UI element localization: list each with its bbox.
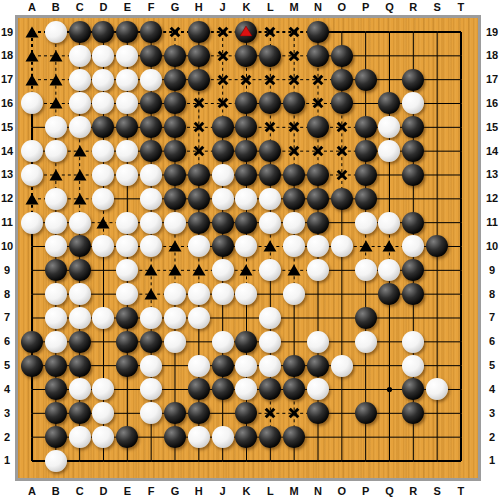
intersection-J6[interactable] bbox=[211, 330, 235, 354]
intersection-G18[interactable] bbox=[163, 44, 187, 68]
intersection-O10[interactable] bbox=[330, 235, 354, 259]
intersection-O18[interactable] bbox=[330, 44, 354, 68]
intersection-F9[interactable] bbox=[139, 258, 163, 282]
intersection-L17[interactable] bbox=[258, 68, 282, 92]
intersection-E11[interactable] bbox=[115, 211, 139, 235]
intersection-E5[interactable] bbox=[115, 354, 139, 378]
intersection-E17[interactable] bbox=[115, 68, 139, 92]
intersection-F15[interactable] bbox=[139, 115, 163, 139]
intersection-C18[interactable] bbox=[68, 44, 92, 68]
intersection-H10[interactable] bbox=[187, 235, 211, 259]
intersection-D3[interactable] bbox=[92, 401, 116, 425]
intersection-P5[interactable] bbox=[354, 354, 378, 378]
intersection-R7[interactable] bbox=[401, 306, 425, 330]
intersection-F14[interactable] bbox=[139, 139, 163, 163]
intersection-Q8[interactable] bbox=[378, 282, 402, 306]
intersection-Q10[interactable] bbox=[378, 235, 402, 259]
intersection-B4[interactable] bbox=[44, 378, 68, 402]
intersection-A13[interactable] bbox=[20, 163, 44, 187]
intersection-C2[interactable] bbox=[68, 425, 92, 449]
intersection-T7[interactable] bbox=[449, 306, 473, 330]
intersection-J10[interactable] bbox=[211, 235, 235, 259]
intersection-P12[interactable] bbox=[354, 187, 378, 211]
intersection-H5[interactable] bbox=[187, 354, 211, 378]
intersection-Q16[interactable] bbox=[378, 92, 402, 116]
intersection-K13[interactable] bbox=[235, 163, 259, 187]
intersection-O11[interactable] bbox=[330, 211, 354, 235]
intersection-O19[interactable] bbox=[330, 20, 354, 44]
intersection-R13[interactable] bbox=[401, 163, 425, 187]
intersection-C10[interactable] bbox=[68, 235, 92, 259]
intersection-J11[interactable] bbox=[211, 211, 235, 235]
intersection-O6[interactable] bbox=[330, 330, 354, 354]
intersection-O2[interactable] bbox=[330, 425, 354, 449]
intersection-H19[interactable] bbox=[187, 20, 211, 44]
intersection-G14[interactable] bbox=[163, 139, 187, 163]
intersection-T8[interactable] bbox=[449, 282, 473, 306]
intersection-O14[interactable] bbox=[330, 139, 354, 163]
intersection-J7[interactable] bbox=[211, 306, 235, 330]
intersection-B14[interactable] bbox=[44, 139, 68, 163]
intersection-B15[interactable] bbox=[44, 115, 68, 139]
intersection-T15[interactable] bbox=[449, 115, 473, 139]
intersection-N2[interactable] bbox=[306, 425, 330, 449]
intersection-N5[interactable] bbox=[306, 354, 330, 378]
intersection-N9[interactable] bbox=[306, 258, 330, 282]
intersection-L19[interactable] bbox=[258, 20, 282, 44]
intersection-S18[interactable] bbox=[425, 44, 449, 68]
intersection-R9[interactable] bbox=[401, 258, 425, 282]
intersection-A3[interactable] bbox=[20, 401, 44, 425]
intersection-R14[interactable] bbox=[401, 139, 425, 163]
intersection-A17[interactable] bbox=[20, 68, 44, 92]
intersection-M4[interactable] bbox=[282, 378, 306, 402]
intersection-K10[interactable] bbox=[235, 235, 259, 259]
intersection-D7[interactable] bbox=[92, 306, 116, 330]
intersection-R5[interactable] bbox=[401, 354, 425, 378]
intersection-C16[interactable] bbox=[68, 92, 92, 116]
intersection-J4[interactable] bbox=[211, 378, 235, 402]
intersection-D4[interactable] bbox=[92, 378, 116, 402]
intersection-Q2[interactable] bbox=[378, 425, 402, 449]
intersection-L6[interactable] bbox=[258, 330, 282, 354]
intersection-D14[interactable] bbox=[92, 139, 116, 163]
intersection-H18[interactable] bbox=[187, 44, 211, 68]
intersection-P6[interactable] bbox=[354, 330, 378, 354]
intersection-E1[interactable] bbox=[115, 449, 139, 473]
intersection-R8[interactable] bbox=[401, 282, 425, 306]
intersection-S4[interactable] bbox=[425, 378, 449, 402]
intersection-R4[interactable] bbox=[401, 378, 425, 402]
intersection-P14[interactable] bbox=[354, 139, 378, 163]
intersection-M18[interactable] bbox=[282, 44, 306, 68]
intersection-A18[interactable] bbox=[20, 44, 44, 68]
intersection-P10[interactable] bbox=[354, 235, 378, 259]
intersection-N1[interactable] bbox=[306, 449, 330, 473]
intersection-B10[interactable] bbox=[44, 235, 68, 259]
intersection-M8[interactable] bbox=[282, 282, 306, 306]
intersection-G19[interactable] bbox=[163, 20, 187, 44]
intersection-D15[interactable] bbox=[92, 115, 116, 139]
intersection-C19[interactable] bbox=[68, 20, 92, 44]
intersection-M13[interactable] bbox=[282, 163, 306, 187]
intersection-H12[interactable] bbox=[187, 187, 211, 211]
intersection-D6[interactable] bbox=[92, 330, 116, 354]
intersection-J14[interactable] bbox=[211, 139, 235, 163]
intersection-J5[interactable] bbox=[211, 354, 235, 378]
intersection-J2[interactable] bbox=[211, 425, 235, 449]
intersection-L7[interactable] bbox=[258, 306, 282, 330]
intersection-R16[interactable] bbox=[401, 92, 425, 116]
intersection-F10[interactable] bbox=[139, 235, 163, 259]
intersection-E15[interactable] bbox=[115, 115, 139, 139]
intersection-R2[interactable] bbox=[401, 425, 425, 449]
intersection-P2[interactable] bbox=[354, 425, 378, 449]
intersection-K7[interactable] bbox=[235, 306, 259, 330]
intersection-T10[interactable] bbox=[449, 235, 473, 259]
intersection-E14[interactable] bbox=[115, 139, 139, 163]
intersection-A9[interactable] bbox=[20, 258, 44, 282]
intersection-N3[interactable] bbox=[306, 401, 330, 425]
intersection-K8[interactable] bbox=[235, 282, 259, 306]
intersection-Q1[interactable] bbox=[378, 449, 402, 473]
intersection-E3[interactable] bbox=[115, 401, 139, 425]
intersection-B3[interactable] bbox=[44, 401, 68, 425]
intersection-P17[interactable] bbox=[354, 68, 378, 92]
intersection-G2[interactable] bbox=[163, 425, 187, 449]
intersection-F3[interactable] bbox=[139, 401, 163, 425]
intersection-P11[interactable] bbox=[354, 211, 378, 235]
intersection-R17[interactable] bbox=[401, 68, 425, 92]
intersection-S1[interactable] bbox=[425, 449, 449, 473]
intersection-L18[interactable] bbox=[258, 44, 282, 68]
intersection-T14[interactable] bbox=[449, 139, 473, 163]
intersection-G15[interactable] bbox=[163, 115, 187, 139]
intersection-F6[interactable] bbox=[139, 330, 163, 354]
intersection-N10[interactable] bbox=[306, 235, 330, 259]
intersection-O1[interactable] bbox=[330, 449, 354, 473]
intersection-O17[interactable] bbox=[330, 68, 354, 92]
intersection-B18[interactable] bbox=[44, 44, 68, 68]
intersection-D17[interactable] bbox=[92, 68, 116, 92]
intersection-T6[interactable] bbox=[449, 330, 473, 354]
intersection-L13[interactable] bbox=[258, 163, 282, 187]
intersection-R1[interactable] bbox=[401, 449, 425, 473]
intersection-G3[interactable] bbox=[163, 401, 187, 425]
intersection-B19[interactable] bbox=[44, 20, 68, 44]
intersection-J3[interactable] bbox=[211, 401, 235, 425]
intersection-C9[interactable] bbox=[68, 258, 92, 282]
intersection-P19[interactable] bbox=[354, 20, 378, 44]
intersection-S5[interactable] bbox=[425, 354, 449, 378]
intersection-A5[interactable] bbox=[20, 354, 44, 378]
intersection-F11[interactable] bbox=[139, 211, 163, 235]
intersection-A1[interactable] bbox=[20, 449, 44, 473]
intersection-A14[interactable] bbox=[20, 139, 44, 163]
intersection-S9[interactable] bbox=[425, 258, 449, 282]
intersection-H4[interactable] bbox=[187, 378, 211, 402]
intersection-P13[interactable] bbox=[354, 163, 378, 187]
intersection-B9[interactable] bbox=[44, 258, 68, 282]
intersection-G4[interactable] bbox=[163, 378, 187, 402]
intersection-E10[interactable] bbox=[115, 235, 139, 259]
intersection-P7[interactable] bbox=[354, 306, 378, 330]
intersection-Q12[interactable] bbox=[378, 187, 402, 211]
intersection-A12[interactable] bbox=[20, 187, 44, 211]
intersection-M11[interactable] bbox=[282, 211, 306, 235]
intersection-L8[interactable] bbox=[258, 282, 282, 306]
intersection-G1[interactable] bbox=[163, 449, 187, 473]
intersection-R3[interactable] bbox=[401, 401, 425, 425]
intersection-S7[interactable] bbox=[425, 306, 449, 330]
intersection-E13[interactable] bbox=[115, 163, 139, 187]
intersection-S19[interactable] bbox=[425, 20, 449, 44]
intersection-E4[interactable] bbox=[115, 378, 139, 402]
intersection-T13[interactable] bbox=[449, 163, 473, 187]
intersection-K18[interactable] bbox=[235, 44, 259, 68]
intersection-H14[interactable] bbox=[187, 139, 211, 163]
intersection-T17[interactable] bbox=[449, 68, 473, 92]
intersection-T1[interactable] bbox=[449, 449, 473, 473]
intersection-B6[interactable] bbox=[44, 330, 68, 354]
intersection-K19[interactable] bbox=[235, 20, 259, 44]
intersection-E6[interactable] bbox=[115, 330, 139, 354]
intersection-L16[interactable] bbox=[258, 92, 282, 116]
intersection-H3[interactable] bbox=[187, 401, 211, 425]
intersection-K1[interactable] bbox=[235, 449, 259, 473]
intersection-Q17[interactable] bbox=[378, 68, 402, 92]
intersection-T9[interactable] bbox=[449, 258, 473, 282]
intersection-B2[interactable] bbox=[44, 425, 68, 449]
intersection-B8[interactable] bbox=[44, 282, 68, 306]
intersection-C7[interactable] bbox=[68, 306, 92, 330]
intersection-T19[interactable] bbox=[449, 20, 473, 44]
intersection-O9[interactable] bbox=[330, 258, 354, 282]
intersection-N12[interactable] bbox=[306, 187, 330, 211]
intersection-A10[interactable] bbox=[20, 235, 44, 259]
intersection-S16[interactable] bbox=[425, 92, 449, 116]
intersection-O5[interactable] bbox=[330, 354, 354, 378]
intersection-G10[interactable] bbox=[163, 235, 187, 259]
intersection-P8[interactable] bbox=[354, 282, 378, 306]
intersection-Q15[interactable] bbox=[378, 115, 402, 139]
intersection-P1[interactable] bbox=[354, 449, 378, 473]
intersection-K9[interactable] bbox=[235, 258, 259, 282]
intersection-N13[interactable] bbox=[306, 163, 330, 187]
intersection-H9[interactable] bbox=[187, 258, 211, 282]
intersection-D5[interactable] bbox=[92, 354, 116, 378]
intersection-O7[interactable] bbox=[330, 306, 354, 330]
intersection-C15[interactable] bbox=[68, 115, 92, 139]
intersection-D19[interactable] bbox=[92, 20, 116, 44]
intersection-S15[interactable] bbox=[425, 115, 449, 139]
intersection-G12[interactable] bbox=[163, 187, 187, 211]
intersection-F8[interactable] bbox=[139, 282, 163, 306]
intersection-J16[interactable] bbox=[211, 92, 235, 116]
intersection-K16[interactable] bbox=[235, 92, 259, 116]
intersection-T3[interactable] bbox=[449, 401, 473, 425]
intersection-N16[interactable] bbox=[306, 92, 330, 116]
intersection-T5[interactable] bbox=[449, 354, 473, 378]
intersection-D8[interactable] bbox=[92, 282, 116, 306]
intersection-J17[interactable] bbox=[211, 68, 235, 92]
intersection-D1[interactable] bbox=[92, 449, 116, 473]
intersection-R12[interactable] bbox=[401, 187, 425, 211]
intersection-L14[interactable] bbox=[258, 139, 282, 163]
intersection-E19[interactable] bbox=[115, 20, 139, 44]
intersection-M6[interactable] bbox=[282, 330, 306, 354]
intersection-H17[interactable] bbox=[187, 68, 211, 92]
intersection-N17[interactable] bbox=[306, 68, 330, 92]
intersection-O15[interactable] bbox=[330, 115, 354, 139]
intersection-G7[interactable] bbox=[163, 306, 187, 330]
intersection-O16[interactable] bbox=[330, 92, 354, 116]
intersection-J8[interactable] bbox=[211, 282, 235, 306]
intersection-P18[interactable] bbox=[354, 44, 378, 68]
intersection-Q9[interactable] bbox=[378, 258, 402, 282]
intersection-L11[interactable] bbox=[258, 211, 282, 235]
intersection-H13[interactable] bbox=[187, 163, 211, 187]
intersection-P4[interactable] bbox=[354, 378, 378, 402]
intersection-A4[interactable] bbox=[20, 378, 44, 402]
intersection-T16[interactable] bbox=[449, 92, 473, 116]
intersection-G8[interactable] bbox=[163, 282, 187, 306]
intersection-J18[interactable] bbox=[211, 44, 235, 68]
intersection-L12[interactable] bbox=[258, 187, 282, 211]
intersection-L3[interactable] bbox=[258, 401, 282, 425]
intersection-D10[interactable] bbox=[92, 235, 116, 259]
intersection-E7[interactable] bbox=[115, 306, 139, 330]
intersection-R6[interactable] bbox=[401, 330, 425, 354]
intersection-F13[interactable] bbox=[139, 163, 163, 187]
intersection-Q3[interactable] bbox=[378, 401, 402, 425]
intersection-N8[interactable] bbox=[306, 282, 330, 306]
intersection-A6[interactable] bbox=[20, 330, 44, 354]
intersection-G11[interactable] bbox=[163, 211, 187, 235]
intersection-B16[interactable] bbox=[44, 92, 68, 116]
intersection-G17[interactable] bbox=[163, 68, 187, 92]
intersection-B5[interactable] bbox=[44, 354, 68, 378]
intersection-K17[interactable] bbox=[235, 68, 259, 92]
intersection-S2[interactable] bbox=[425, 425, 449, 449]
intersection-O4[interactable] bbox=[330, 378, 354, 402]
intersection-O3[interactable] bbox=[330, 401, 354, 425]
intersection-T11[interactable] bbox=[449, 211, 473, 235]
intersection-Q13[interactable] bbox=[378, 163, 402, 187]
intersection-C4[interactable] bbox=[68, 378, 92, 402]
intersection-R11[interactable] bbox=[401, 211, 425, 235]
intersection-G16[interactable] bbox=[163, 92, 187, 116]
intersection-J13[interactable] bbox=[211, 163, 235, 187]
intersection-N19[interactable] bbox=[306, 20, 330, 44]
intersection-N18[interactable] bbox=[306, 44, 330, 68]
intersection-N7[interactable] bbox=[306, 306, 330, 330]
intersection-L2[interactable] bbox=[258, 425, 282, 449]
intersection-J12[interactable] bbox=[211, 187, 235, 211]
intersection-M16[interactable] bbox=[282, 92, 306, 116]
intersection-K12[interactable] bbox=[235, 187, 259, 211]
intersection-G9[interactable] bbox=[163, 258, 187, 282]
intersection-C12[interactable] bbox=[68, 187, 92, 211]
intersection-C14[interactable] bbox=[68, 139, 92, 163]
intersection-H2[interactable] bbox=[187, 425, 211, 449]
intersection-H8[interactable] bbox=[187, 282, 211, 306]
intersection-B7[interactable] bbox=[44, 306, 68, 330]
intersection-O8[interactable] bbox=[330, 282, 354, 306]
intersection-S14[interactable] bbox=[425, 139, 449, 163]
intersection-E9[interactable] bbox=[115, 258, 139, 282]
intersection-A19[interactable] bbox=[20, 20, 44, 44]
intersection-K11[interactable] bbox=[235, 211, 259, 235]
intersection-R10[interactable] bbox=[401, 235, 425, 259]
intersection-L9[interactable] bbox=[258, 258, 282, 282]
intersection-J19[interactable] bbox=[211, 20, 235, 44]
intersection-H16[interactable] bbox=[187, 92, 211, 116]
intersection-A7[interactable] bbox=[20, 306, 44, 330]
intersection-A16[interactable] bbox=[20, 92, 44, 116]
intersection-S17[interactable] bbox=[425, 68, 449, 92]
intersection-H7[interactable] bbox=[187, 306, 211, 330]
intersection-K15[interactable] bbox=[235, 115, 259, 139]
intersection-E8[interactable] bbox=[115, 282, 139, 306]
intersection-F12[interactable] bbox=[139, 187, 163, 211]
intersection-Q5[interactable] bbox=[378, 354, 402, 378]
intersection-Q6[interactable] bbox=[378, 330, 402, 354]
intersection-K5[interactable] bbox=[235, 354, 259, 378]
intersection-H15[interactable] bbox=[187, 115, 211, 139]
intersection-P16[interactable] bbox=[354, 92, 378, 116]
intersection-J1[interactable] bbox=[211, 449, 235, 473]
intersection-P3[interactable] bbox=[354, 401, 378, 425]
intersection-B11[interactable] bbox=[44, 211, 68, 235]
intersection-A15[interactable] bbox=[20, 115, 44, 139]
intersection-Q4[interactable] bbox=[378, 378, 402, 402]
intersection-C8[interactable] bbox=[68, 282, 92, 306]
intersection-C17[interactable] bbox=[68, 68, 92, 92]
intersection-F7[interactable] bbox=[139, 306, 163, 330]
intersection-T4[interactable] bbox=[449, 378, 473, 402]
intersection-M5[interactable] bbox=[282, 354, 306, 378]
intersection-P15[interactable] bbox=[354, 115, 378, 139]
intersection-E18[interactable] bbox=[115, 44, 139, 68]
intersection-H6[interactable] bbox=[187, 330, 211, 354]
intersection-T18[interactable] bbox=[449, 44, 473, 68]
intersection-M9[interactable] bbox=[282, 258, 306, 282]
intersection-A11[interactable] bbox=[20, 211, 44, 235]
intersection-G13[interactable] bbox=[163, 163, 187, 187]
intersection-M17[interactable] bbox=[282, 68, 306, 92]
intersection-H11[interactable] bbox=[187, 211, 211, 235]
intersection-D13[interactable] bbox=[92, 163, 116, 187]
intersection-C5[interactable] bbox=[68, 354, 92, 378]
intersection-S13[interactable] bbox=[425, 163, 449, 187]
intersection-M2[interactable] bbox=[282, 425, 306, 449]
intersection-L1[interactable] bbox=[258, 449, 282, 473]
intersection-C13[interactable] bbox=[68, 163, 92, 187]
intersection-L10[interactable] bbox=[258, 235, 282, 259]
intersection-A2[interactable] bbox=[20, 425, 44, 449]
intersection-S3[interactable] bbox=[425, 401, 449, 425]
intersection-F17[interactable] bbox=[139, 68, 163, 92]
intersection-D18[interactable] bbox=[92, 44, 116, 68]
intersection-A8[interactable] bbox=[20, 282, 44, 306]
intersection-M19[interactable] bbox=[282, 20, 306, 44]
intersection-B13[interactable] bbox=[44, 163, 68, 187]
intersection-N6[interactable] bbox=[306, 330, 330, 354]
intersection-S10[interactable] bbox=[425, 235, 449, 259]
intersection-T2[interactable] bbox=[449, 425, 473, 449]
intersection-C1[interactable] bbox=[68, 449, 92, 473]
